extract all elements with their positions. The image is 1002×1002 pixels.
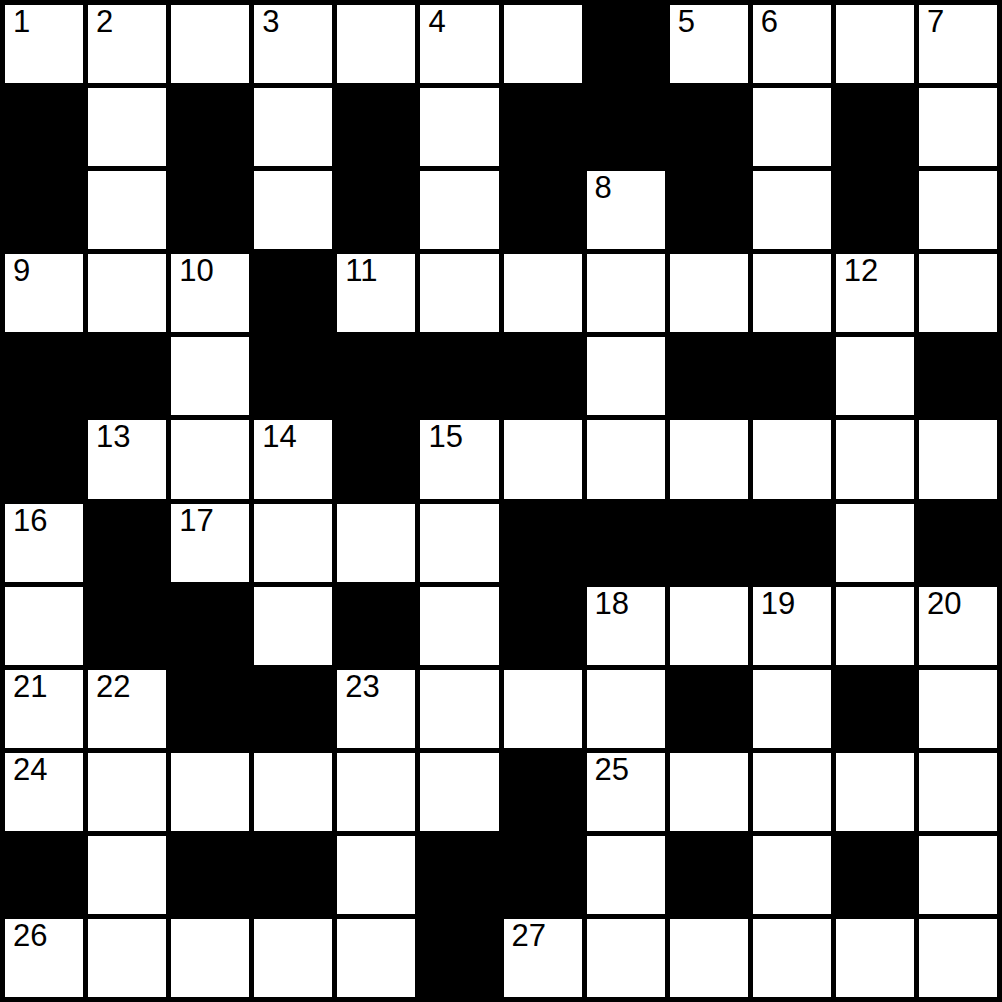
block-cell [919,504,997,582]
letter-cell[interactable] [919,919,997,997]
letter-cell[interactable] [836,5,914,83]
clue-number: 4 [428,6,445,39]
clue-number: 9 [13,255,30,288]
clue-number: 13 [96,421,130,454]
letter-cell[interactable] [254,587,332,665]
block-cell [420,836,498,914]
letter-cell[interactable] [587,670,665,748]
letter-cell[interactable]: 15 [420,420,498,498]
letter-cell[interactable] [171,753,249,831]
block-cell [504,88,582,166]
block-cell [254,337,332,415]
clue-number: 12 [844,255,878,288]
letter-cell[interactable] [919,88,997,166]
letter-cell[interactable]: 12 [836,254,914,332]
block-cell [670,171,748,249]
letter-cell[interactable]: 26 [5,919,83,997]
letter-cell[interactable] [254,919,332,997]
letter-cell[interactable] [337,5,415,83]
block-cell [836,836,914,914]
letter-cell[interactable]: 5 [670,5,748,83]
block-cell [504,753,582,831]
block-cell [670,836,748,914]
block-cell [171,171,249,249]
block-cell [171,670,249,748]
block-cell [753,504,831,582]
letter-cell[interactable] [836,337,914,415]
letter-cell[interactable]: 21 [5,670,83,748]
block-cell [254,836,332,914]
block-cell [836,171,914,249]
clue-number: 23 [345,671,379,704]
letter-cell[interactable]: 1 [5,5,83,83]
letter-cell[interactable] [88,753,166,831]
clue-number: 16 [13,505,47,538]
letter-cell[interactable] [670,587,748,665]
letter-cell[interactable] [670,254,748,332]
letter-cell[interactable] [171,420,249,498]
block-cell [254,254,332,332]
letter-cell[interactable] [836,753,914,831]
letter-cell[interactable] [254,504,332,582]
letter-cell[interactable]: 19 [753,587,831,665]
letter-cell[interactable] [171,337,249,415]
letter-cell[interactable] [836,587,914,665]
block-cell [504,504,582,582]
letter-cell[interactable]: 17 [171,504,249,582]
clue-number: 7 [927,6,944,39]
block-cell [337,88,415,166]
letter-cell[interactable] [919,836,997,914]
letter-cell[interactable]: 9 [5,254,83,332]
block-cell [171,88,249,166]
block-cell [337,587,415,665]
clue-number: 1 [13,6,30,39]
letter-cell[interactable]: 23 [337,670,415,748]
block-cell [420,337,498,415]
block-cell [5,836,83,914]
clue-number: 6 [761,6,778,39]
block-cell [670,337,748,415]
letter-cell[interactable] [88,88,166,166]
block-cell [587,88,665,166]
letter-cell[interactable] [919,753,997,831]
letter-cell[interactable] [919,171,997,249]
letter-cell[interactable] [753,753,831,831]
letter-cell[interactable] [337,836,415,914]
clue-number: 3 [262,6,279,39]
letter-cell[interactable] [337,504,415,582]
block-cell [337,337,415,415]
block-cell [88,504,166,582]
block-cell [171,587,249,665]
letter-cell[interactable]: 6 [753,5,831,83]
letter-cell[interactable]: 25 [587,753,665,831]
letter-cell[interactable] [254,171,332,249]
letter-cell[interactable]: 4 [420,5,498,83]
clue-number: 17 [179,505,213,538]
clue-number: 25 [595,754,629,787]
letter-cell[interactable] [171,5,249,83]
letter-cell[interactable]: 8 [587,171,665,249]
letter-cell[interactable] [88,254,166,332]
block-cell [836,670,914,748]
letter-cell[interactable] [587,420,665,498]
letter-cell[interactable] [337,919,415,997]
letter-cell[interactable]: 11 [337,254,415,332]
block-cell [504,587,582,665]
letter-cell[interactable] [753,254,831,332]
letter-cell[interactable] [420,504,498,582]
letter-cell[interactable]: 22 [88,670,166,748]
letter-cell[interactable] [504,254,582,332]
block-cell [5,88,83,166]
clue-number: 14 [262,421,296,454]
clue-number: 18 [595,588,629,621]
letter-cell[interactable] [753,420,831,498]
letter-cell[interactable] [753,670,831,748]
block-cell [670,88,748,166]
block-cell [504,836,582,914]
letter-cell[interactable] [420,587,498,665]
letter-cell[interactable] [88,836,166,914]
clue-number: 15 [428,421,462,454]
clue-number: 11 [345,255,377,288]
clue-number: 5 [678,6,695,39]
letter-cell[interactable]: 20 [919,587,997,665]
clue-number: 8 [595,172,612,205]
block-cell [919,337,997,415]
clue-number: 27 [512,920,546,953]
letter-cell[interactable]: 10 [171,254,249,332]
letter-cell[interactable] [337,753,415,831]
block-cell [587,504,665,582]
letter-cell[interactable]: 2 [88,5,166,83]
clue-number: 22 [96,671,130,704]
block-cell [5,420,83,498]
letter-cell[interactable] [504,420,582,498]
clue-number: 24 [13,754,47,787]
letter-cell[interactable] [753,919,831,997]
letter-cell[interactable] [504,5,582,83]
block-cell [504,171,582,249]
letter-cell[interactable] [88,171,166,249]
letter-cell[interactable] [420,88,498,166]
crossword-grid: 1234567891011121314151617181920212223242… [0,0,1002,1002]
letter-cell[interactable]: 18 [587,587,665,665]
letter-cell[interactable]: 7 [919,5,997,83]
clue-number: 19 [761,588,795,621]
block-cell [670,504,748,582]
letter-cell[interactable] [254,88,332,166]
block-cell [88,337,166,415]
letter-cell[interactable] [254,753,332,831]
letter-cell[interactable] [836,420,914,498]
block-cell [836,88,914,166]
block-cell [753,337,831,415]
letter-cell[interactable] [670,420,748,498]
letter-cell[interactable]: 24 [5,753,83,831]
letter-cell[interactable]: 16 [5,504,83,582]
letter-cell[interactable] [753,171,831,249]
letter-cell[interactable] [919,670,997,748]
block-cell [171,836,249,914]
letter-cell[interactable] [420,670,498,748]
clue-number: 2 [96,6,113,39]
letter-cell[interactable]: 14 [254,420,332,498]
block-cell [587,5,665,83]
block-cell [420,919,498,997]
block-cell [254,670,332,748]
clue-number: 21 [13,671,47,704]
letter-cell[interactable] [919,254,997,332]
letter-cell[interactable] [504,670,582,748]
letter-cell[interactable] [420,753,498,831]
block-cell [670,670,748,748]
block-cell [504,337,582,415]
letter-cell[interactable] [171,919,249,997]
letter-cell[interactable] [670,753,748,831]
letter-cell[interactable] [88,919,166,997]
letter-cell[interactable] [753,88,831,166]
letter-cell[interactable]: 3 [254,5,332,83]
letter-cell[interactable] [420,254,498,332]
letter-cell[interactable] [836,504,914,582]
letter-cell[interactable] [420,171,498,249]
clue-number: 20 [927,588,961,621]
clue-number: 10 [179,255,213,288]
block-cell [337,420,415,498]
block-cell [337,171,415,249]
block-cell [88,587,166,665]
letter-cell[interactable] [919,420,997,498]
block-cell [5,337,83,415]
letter-cell[interactable] [587,919,665,997]
letter-cell[interactable] [587,836,665,914]
letter-cell[interactable] [5,587,83,665]
letter-cell[interactable] [670,919,748,997]
letter-cell[interactable] [753,836,831,914]
letter-cell[interactable]: 13 [88,420,166,498]
letter-cell[interactable] [587,337,665,415]
clue-number: 26 [13,920,47,953]
letter-cell[interactable]: 27 [504,919,582,997]
letter-cell[interactable] [836,919,914,997]
block-cell [5,171,83,249]
letter-cell[interactable] [587,254,665,332]
